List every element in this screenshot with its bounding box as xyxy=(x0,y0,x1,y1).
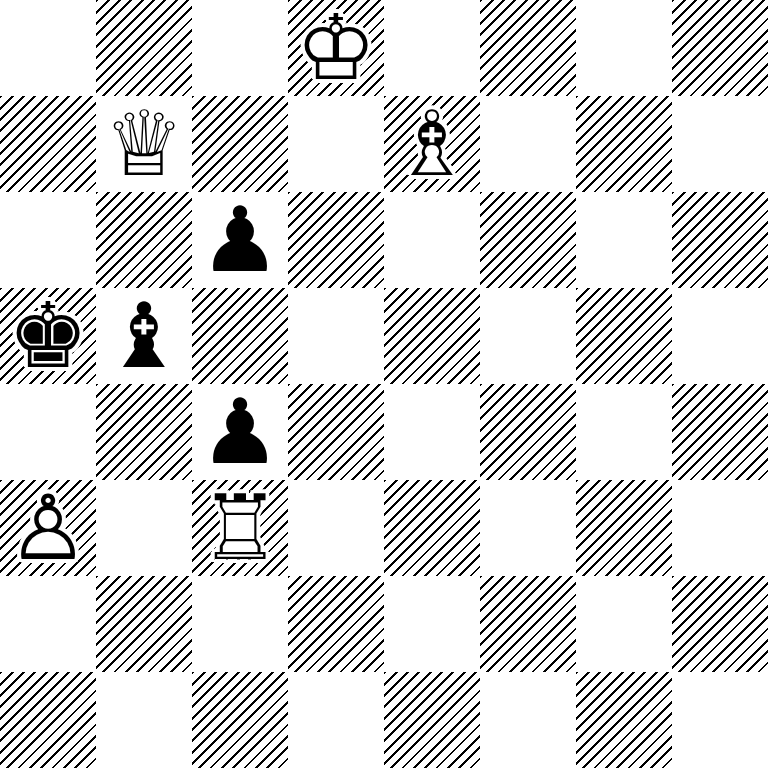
chess-diagram: ♚♔♛♕♝♗♟♟♚♚♝♝♟♟♟♙♜♖ xyxy=(0,0,768,768)
piece-glyph: ♟ xyxy=(192,192,288,288)
square-e8[interactable] xyxy=(384,0,480,96)
square-f2[interactable] xyxy=(480,576,576,672)
square-b8[interactable] xyxy=(96,0,192,96)
square-a3[interactable]: ♟♙ xyxy=(0,480,96,576)
square-a4[interactable] xyxy=(0,384,96,480)
square-c5[interactable] xyxy=(192,288,288,384)
square-f5[interactable] xyxy=(480,288,576,384)
square-d5[interactable] xyxy=(288,288,384,384)
square-e6[interactable] xyxy=(384,192,480,288)
square-g7[interactable] xyxy=(576,96,672,192)
piece-glyph: ♖ xyxy=(192,480,288,576)
square-c8[interactable] xyxy=(192,0,288,96)
square-h4[interactable] xyxy=(672,384,768,480)
piece-glyph: ♟ xyxy=(192,384,288,480)
white-pawn-a3[interactable]: ♟♙ xyxy=(0,480,96,576)
square-c4[interactable]: ♟♟ xyxy=(192,384,288,480)
square-f4[interactable] xyxy=(480,384,576,480)
square-g8[interactable] xyxy=(576,0,672,96)
square-a5[interactable]: ♚♚ xyxy=(0,288,96,384)
white-king-d8[interactable]: ♚♔ xyxy=(288,0,384,96)
piece-glyph: ♗ xyxy=(384,96,480,192)
white-bishop-e7[interactable]: ♝♗ xyxy=(384,96,480,192)
square-b2[interactable] xyxy=(96,576,192,672)
square-c2[interactable] xyxy=(192,576,288,672)
square-a1[interactable] xyxy=(0,672,96,768)
square-g4[interactable] xyxy=(576,384,672,480)
piece-glyph: ♔ xyxy=(288,0,384,96)
square-e5[interactable] xyxy=(384,288,480,384)
piece-glyph: ♙ xyxy=(0,480,96,576)
square-f3[interactable] xyxy=(480,480,576,576)
piece-glyph: ♕ xyxy=(96,96,192,192)
square-h3[interactable] xyxy=(672,480,768,576)
square-b6[interactable] xyxy=(96,192,192,288)
square-g5[interactable] xyxy=(576,288,672,384)
square-f6[interactable] xyxy=(480,192,576,288)
square-a2[interactable] xyxy=(0,576,96,672)
square-h8[interactable] xyxy=(672,0,768,96)
square-b4[interactable] xyxy=(96,384,192,480)
square-b3[interactable] xyxy=(96,480,192,576)
square-c6[interactable]: ♟♟ xyxy=(192,192,288,288)
square-h2[interactable] xyxy=(672,576,768,672)
square-g3[interactable] xyxy=(576,480,672,576)
square-e7[interactable]: ♝♗ xyxy=(384,96,480,192)
square-d6[interactable] xyxy=(288,192,384,288)
square-f1[interactable] xyxy=(480,672,576,768)
black-pawn-c4[interactable]: ♟♟ xyxy=(192,384,288,480)
square-g1[interactable] xyxy=(576,672,672,768)
square-c3[interactable]: ♜♖ xyxy=(192,480,288,576)
square-h6[interactable] xyxy=(672,192,768,288)
square-b7[interactable]: ♛♕ xyxy=(96,96,192,192)
square-a6[interactable] xyxy=(0,192,96,288)
square-d2[interactable] xyxy=(288,576,384,672)
black-king-a5[interactable]: ♚♚ xyxy=(0,288,96,384)
square-d3[interactable] xyxy=(288,480,384,576)
chess-board: ♚♔♛♕♝♗♟♟♚♚♝♝♟♟♟♙♜♖ xyxy=(0,0,768,768)
white-queen-b7[interactable]: ♛♕ xyxy=(96,96,192,192)
square-h1[interactable] xyxy=(672,672,768,768)
piece-glyph: ♝ xyxy=(96,288,192,384)
square-e3[interactable] xyxy=(384,480,480,576)
square-c1[interactable] xyxy=(192,672,288,768)
black-bishop-b5[interactable]: ♝♝ xyxy=(96,288,192,384)
square-d8[interactable]: ♚♔ xyxy=(288,0,384,96)
square-a8[interactable] xyxy=(0,0,96,96)
square-b5[interactable]: ♝♝ xyxy=(96,288,192,384)
square-d7[interactable] xyxy=(288,96,384,192)
square-e4[interactable] xyxy=(384,384,480,480)
white-rook-c3[interactable]: ♜♖ xyxy=(192,480,288,576)
black-pawn-c6[interactable]: ♟♟ xyxy=(192,192,288,288)
square-b1[interactable] xyxy=(96,672,192,768)
square-d1[interactable] xyxy=(288,672,384,768)
square-e1[interactable] xyxy=(384,672,480,768)
square-c7[interactable] xyxy=(192,96,288,192)
square-f8[interactable] xyxy=(480,0,576,96)
square-h7[interactable] xyxy=(672,96,768,192)
square-d4[interactable] xyxy=(288,384,384,480)
square-e2[interactable] xyxy=(384,576,480,672)
square-a7[interactable] xyxy=(0,96,96,192)
square-f7[interactable] xyxy=(480,96,576,192)
square-h5[interactable] xyxy=(672,288,768,384)
piece-glyph: ♚ xyxy=(0,288,96,384)
square-g2[interactable] xyxy=(576,576,672,672)
square-g6[interactable] xyxy=(576,192,672,288)
